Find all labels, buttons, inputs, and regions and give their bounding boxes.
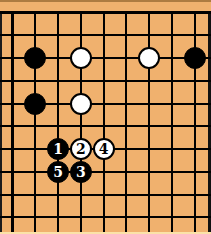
diagram-left-border [0,11,2,234]
stone-black-move-1: 1 [47,138,69,160]
grid-line [0,80,211,82]
stone-black-move-5: 5 [47,161,69,183]
move-number-label: 1 [53,142,63,156]
grid-line [34,11,36,234]
grid-line [103,11,105,234]
go-board-diagram: 12453 [0,0,211,234]
grid-line [171,11,173,234]
grid-line [148,11,150,234]
grid-line [80,11,82,234]
stone-black [184,47,206,69]
stone-white [70,93,92,115]
move-number-label: 3 [76,164,86,178]
diagram-bottom-border [0,232,211,234]
grid-line [57,11,59,234]
stone-white [138,47,160,69]
diagram-top-border [0,0,211,2]
stone-black [24,93,46,115]
stone-black-move-3: 3 [70,161,92,183]
move-number-label: 5 [53,164,63,178]
grid-line [0,216,211,218]
board-edge-line-left-col [11,11,14,234]
grid-line [0,125,211,127]
stone-white-move-4: 4 [93,138,115,160]
grid-line [0,34,211,36]
move-number-label: 2 [76,142,86,156]
move-number-label: 4 [99,142,109,156]
stone-black [24,47,46,69]
board-edge-line-top [0,11,211,14]
grid-line [0,171,211,173]
diagram-right-border [208,11,211,234]
grid-line [0,194,211,196]
grid-line [194,11,196,234]
stone-white [70,47,92,69]
stone-white-move-2: 2 [70,138,92,160]
grid-line [125,11,127,234]
